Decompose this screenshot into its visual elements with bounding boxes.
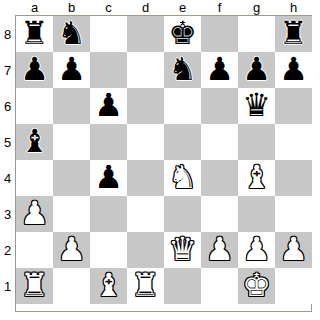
square-a6[interactable] bbox=[16, 88, 53, 124]
square-h8[interactable]: ♜ bbox=[275, 16, 312, 52]
piece-black-knight: ♞ bbox=[164, 52, 201, 88]
file-label-c: c bbox=[90, 0, 127, 15]
piece-white-knight: ♞ bbox=[164, 160, 201, 196]
piece-white-pawn: ♟ bbox=[53, 232, 90, 268]
square-g6[interactable]: ♛ bbox=[238, 88, 275, 124]
square-b3[interactable] bbox=[53, 196, 90, 232]
piece-black-pawn: ♟ bbox=[275, 52, 312, 88]
square-g2[interactable]: ♟ bbox=[238, 232, 275, 268]
square-f5[interactable] bbox=[201, 124, 238, 160]
square-c6[interactable]: ♟ bbox=[90, 88, 127, 124]
square-e5[interactable] bbox=[164, 124, 201, 160]
file-label-d: d bbox=[127, 0, 164, 15]
rank-label-4: 4 bbox=[0, 160, 15, 196]
piece-black-pawn: ♟ bbox=[90, 88, 127, 124]
square-d6[interactable] bbox=[127, 88, 164, 124]
piece-black-king: ♚ bbox=[164, 16, 201, 52]
square-e7[interactable]: ♞ bbox=[164, 52, 201, 88]
piece-white-pawn: ♟ bbox=[16, 196, 53, 232]
square-b4[interactable] bbox=[53, 160, 90, 196]
square-h3[interactable] bbox=[275, 196, 312, 232]
square-b8[interactable]: ♞ bbox=[53, 16, 90, 52]
square-a7[interactable]: ♟ bbox=[16, 52, 53, 88]
square-a1[interactable]: ♜ bbox=[16, 268, 53, 304]
square-d5[interactable] bbox=[127, 124, 164, 160]
square-c2[interactable] bbox=[90, 232, 127, 268]
file-label-b: b bbox=[53, 0, 90, 15]
rank-labels: 87654321 bbox=[0, 16, 15, 304]
piece-white-rook: ♜ bbox=[127, 268, 164, 304]
square-e1[interactable] bbox=[164, 268, 201, 304]
square-a2[interactable] bbox=[16, 232, 53, 268]
square-d8[interactable] bbox=[127, 16, 164, 52]
rank-label-7: 7 bbox=[0, 52, 15, 88]
square-h7[interactable]: ♟ bbox=[275, 52, 312, 88]
piece-black-knight: ♞ bbox=[53, 16, 90, 52]
square-a8[interactable]: ♜ bbox=[16, 16, 53, 52]
square-c3[interactable] bbox=[90, 196, 127, 232]
square-f2[interactable]: ♟ bbox=[201, 232, 238, 268]
piece-white-pawn: ♟ bbox=[238, 232, 275, 268]
rank-label-8: 8 bbox=[0, 16, 15, 52]
piece-black-rook: ♜ bbox=[275, 16, 312, 52]
square-h2[interactable]: ♟ bbox=[275, 232, 312, 268]
square-f3[interactable] bbox=[201, 196, 238, 232]
square-f6[interactable] bbox=[201, 88, 238, 124]
square-g3[interactable] bbox=[238, 196, 275, 232]
square-f8[interactable] bbox=[201, 16, 238, 52]
piece-white-queen: ♛ bbox=[164, 232, 201, 268]
piece-white-king: ♚ bbox=[238, 268, 275, 304]
piece-white-pawn: ♟ bbox=[201, 232, 238, 268]
square-h6[interactable] bbox=[275, 88, 312, 124]
chess-board: ♜♞♚♜♟♟♞♟♟♟♟♛♝♟♞♝♟♟♛♟♟♟♜♝♜♚ bbox=[16, 16, 312, 304]
square-a4[interactable] bbox=[16, 160, 53, 196]
file-label-e: e bbox=[164, 0, 201, 15]
square-b6[interactable] bbox=[53, 88, 90, 124]
piece-black-rook: ♜ bbox=[16, 16, 53, 52]
piece-black-pawn: ♟ bbox=[53, 52, 90, 88]
piece-black-pawn: ♟ bbox=[201, 52, 238, 88]
rank-label-5: 5 bbox=[0, 124, 15, 160]
piece-white-bishop: ♝ bbox=[90, 268, 127, 304]
square-g8[interactable] bbox=[238, 16, 275, 52]
square-f7[interactable]: ♟ bbox=[201, 52, 238, 88]
file-label-f: f bbox=[201, 0, 238, 15]
square-c1[interactable]: ♝ bbox=[90, 268, 127, 304]
rank-label-1: 1 bbox=[0, 268, 15, 304]
piece-white-rook: ♜ bbox=[16, 268, 53, 304]
square-h1[interactable] bbox=[275, 268, 312, 304]
square-b5[interactable] bbox=[53, 124, 90, 160]
chess-board-panel: abcdefgh 87654321 ♜♞♚♜♟♟♞♟♟♟♟♛♝♟♞♝♟♟♛♟♟♟… bbox=[0, 0, 320, 320]
square-b7[interactable]: ♟ bbox=[53, 52, 90, 88]
file-labels: abcdefgh bbox=[16, 0, 312, 15]
square-e3[interactable] bbox=[164, 196, 201, 232]
square-a3[interactable]: ♟ bbox=[16, 196, 53, 232]
square-b2[interactable]: ♟ bbox=[53, 232, 90, 268]
file-label-h: h bbox=[275, 0, 312, 15]
square-e2[interactable]: ♛ bbox=[164, 232, 201, 268]
piece-black-pawn: ♟ bbox=[16, 52, 53, 88]
square-d7[interactable] bbox=[127, 52, 164, 88]
square-e8[interactable]: ♚ bbox=[164, 16, 201, 52]
square-b1[interactable] bbox=[53, 268, 90, 304]
square-g7[interactable]: ♟ bbox=[238, 52, 275, 88]
square-d4[interactable] bbox=[127, 160, 164, 196]
square-a5[interactable]: ♝ bbox=[16, 124, 53, 160]
rank-label-3: 3 bbox=[0, 196, 15, 232]
file-label-g: g bbox=[238, 0, 275, 15]
piece-black-bishop: ♝ bbox=[16, 124, 53, 160]
piece-black-pawn: ♟ bbox=[90, 160, 127, 196]
square-c4[interactable]: ♟ bbox=[90, 160, 127, 196]
rank-label-6: 6 bbox=[0, 88, 15, 124]
rank-label-2: 2 bbox=[0, 232, 15, 268]
square-g5[interactable] bbox=[238, 124, 275, 160]
piece-black-pawn: ♟ bbox=[238, 52, 275, 88]
square-h5[interactable] bbox=[275, 124, 312, 160]
square-d1[interactable]: ♜ bbox=[127, 268, 164, 304]
piece-white-pawn: ♟ bbox=[275, 232, 312, 268]
square-f4[interactable] bbox=[201, 160, 238, 196]
square-e4[interactable]: ♞ bbox=[164, 160, 201, 196]
piece-black-queen: ♛ bbox=[238, 88, 275, 124]
square-c5[interactable] bbox=[90, 124, 127, 160]
square-h4[interactable] bbox=[275, 160, 312, 196]
square-e6[interactable] bbox=[164, 88, 201, 124]
square-c7[interactable] bbox=[90, 52, 127, 88]
square-d3[interactable] bbox=[127, 196, 164, 232]
square-g1[interactable]: ♚ bbox=[238, 268, 275, 304]
piece-white-bishop: ♝ bbox=[238, 160, 275, 196]
file-label-a: a bbox=[16, 0, 53, 15]
square-g4[interactable]: ♝ bbox=[238, 160, 275, 196]
square-f1[interactable] bbox=[201, 268, 238, 304]
square-c8[interactable] bbox=[90, 16, 127, 52]
square-d2[interactable] bbox=[127, 232, 164, 268]
